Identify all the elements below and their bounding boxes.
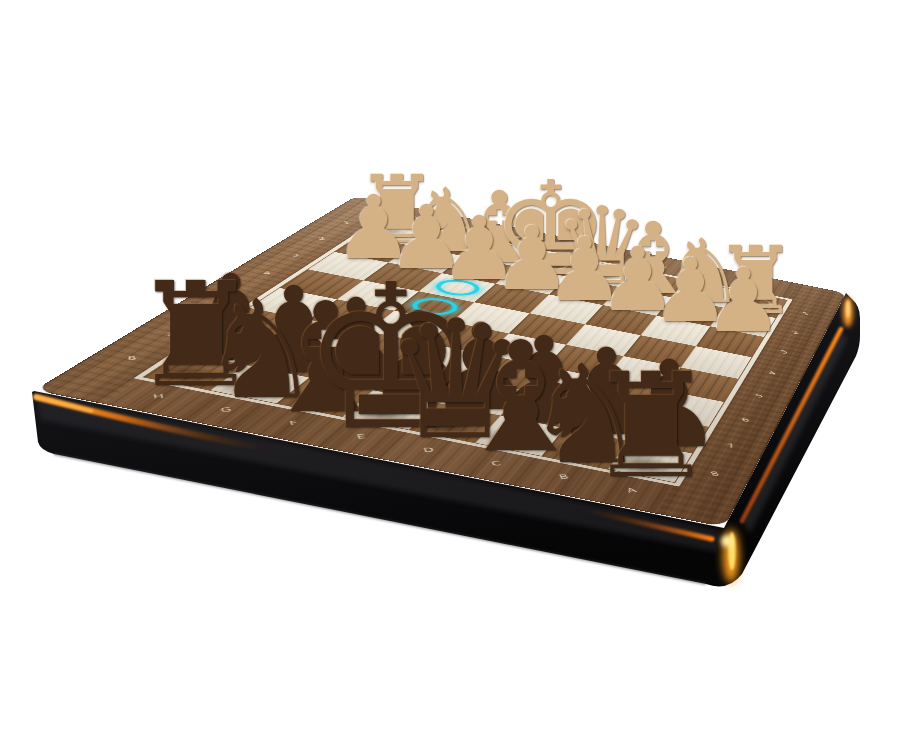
piece-white-pawn-a2[interactable]: ♟ — [699, 257, 787, 345]
smart-chessboard-render: HHGGFFEEDDCCBBAA1122334455667788 ♜♞♝♛♚♝♞… — [0, 0, 900, 736]
piece-black-rook-a8[interactable]: ♜ — [579, 354, 723, 498]
pieces-layer: ♜♞♝♛♚♝♞♜♟♟♟♟♟♟♟♟♟♟♟♟♟♟♟♟♜♞♝♛♚♝♞♜ — [0, 0, 900, 736]
